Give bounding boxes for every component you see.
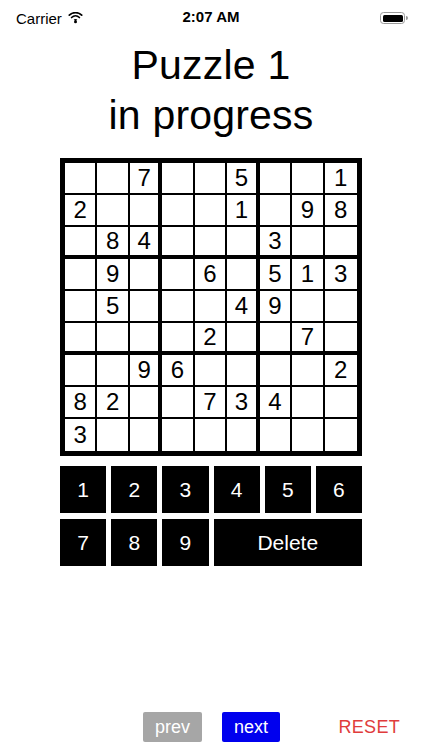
sudoku-cell-r6c5[interactable]: 2 — [195, 323, 227, 355]
sudoku-cell-r1c4[interactable] — [162, 163, 194, 195]
sudoku-cell-r4c9[interactable]: 3 — [325, 259, 357, 291]
wifi-icon — [67, 12, 84, 24]
sudoku-cell-r9c1[interactable]: 3 — [65, 419, 97, 451]
sudoku-cell-r6c7[interactable] — [260, 323, 292, 355]
sudoku-cell-r6c2[interactable] — [97, 323, 129, 355]
sudoku-cell-r6c6[interactable] — [227, 323, 259, 355]
sudoku-cell-r6c1[interactable] — [65, 323, 97, 355]
sudoku-cell-r3c7[interactable]: 3 — [260, 227, 292, 259]
sudoku-cell-r1c9[interactable]: 1 — [325, 163, 357, 195]
sudoku-cell-r3c2[interactable]: 8 — [97, 227, 129, 259]
sudoku-cell-r8c6[interactable]: 3 — [227, 387, 259, 419]
delete-button[interactable]: Delete — [214, 519, 363, 566]
carrier-label: Carrier — [16, 10, 62, 27]
numpad-button-4[interactable]: 4 — [214, 466, 260, 513]
sudoku-cell-r1c2[interactable] — [97, 163, 129, 195]
sudoku-cell-r2c3[interactable] — [130, 195, 162, 227]
sudoku-cell-r5c4[interactable] — [162, 291, 194, 323]
sudoku-cell-r9c9[interactable] — [325, 419, 357, 451]
sudoku-cell-r3c5[interactable] — [195, 227, 227, 259]
next-button[interactable]: next — [222, 712, 280, 742]
sudoku-cell-r8c3[interactable] — [130, 387, 162, 419]
sudoku-cell-r3c3[interactable]: 4 — [130, 227, 162, 259]
puzzle-title: Puzzle 1 — [0, 40, 422, 90]
sudoku-cell-r2c1[interactable]: 2 — [65, 195, 97, 227]
sudoku-cell-r9c8[interactable] — [292, 419, 324, 451]
sudoku-cell-r1c1[interactable] — [65, 163, 97, 195]
page-title: Puzzle 1 in progress — [0, 40, 422, 140]
sudoku-cell-r9c2[interactable] — [97, 419, 129, 451]
numpad-button-8[interactable]: 8 — [111, 519, 157, 566]
sudoku-cell-r6c9[interactable] — [325, 323, 357, 355]
sudoku-cell-r7c3[interactable]: 9 — [130, 355, 162, 387]
sudoku-board: 75121988439651354927962827343 — [60, 158, 362, 456]
sudoku-cell-r4c4[interactable] — [162, 259, 194, 291]
sudoku-cell-r2c5[interactable] — [195, 195, 227, 227]
sudoku-cell-r5c7[interactable]: 9 — [260, 291, 292, 323]
sudoku-cell-r4c1[interactable] — [65, 259, 97, 291]
numpad-button-3[interactable]: 3 — [162, 466, 208, 513]
sudoku-cell-r2c8[interactable]: 9 — [292, 195, 324, 227]
reset-button[interactable]: RESET — [338, 717, 400, 738]
sudoku-cell-r4c2[interactable]: 9 — [97, 259, 129, 291]
battery-icon — [380, 12, 408, 24]
sudoku-cell-r3c9[interactable] — [325, 227, 357, 259]
sudoku-cell-r7c7[interactable] — [260, 355, 292, 387]
sudoku-cell-r7c4[interactable]: 6 — [162, 355, 194, 387]
sudoku-cell-r9c6[interactable] — [227, 419, 259, 451]
sudoku-cell-r5c2[interactable]: 5 — [97, 291, 129, 323]
sudoku-cell-r1c7[interactable] — [260, 163, 292, 195]
puzzle-status: in progress — [0, 90, 422, 140]
sudoku-cell-r4c5[interactable]: 6 — [195, 259, 227, 291]
sudoku-cell-r9c5[interactable] — [195, 419, 227, 451]
sudoku-cell-r8c7[interactable]: 4 — [260, 387, 292, 419]
sudoku-cell-r5c9[interactable] — [325, 291, 357, 323]
footer-bar: prev next RESET — [0, 712, 422, 742]
sudoku-cell-r5c5[interactable] — [195, 291, 227, 323]
sudoku-cell-r6c4[interactable] — [162, 323, 194, 355]
status-bar: Carrier 2:07 AM — [0, 0, 422, 30]
sudoku-cell-r9c4[interactable] — [162, 419, 194, 451]
sudoku-cell-r3c4[interactable] — [162, 227, 194, 259]
sudoku-cell-r7c2[interactable] — [97, 355, 129, 387]
sudoku-cell-r1c5[interactable] — [195, 163, 227, 195]
sudoku-cell-r7c1[interactable] — [65, 355, 97, 387]
numpad-button-9[interactable]: 9 — [162, 519, 208, 566]
numpad-button-5[interactable]: 5 — [265, 466, 311, 513]
sudoku-cell-r5c8[interactable] — [292, 291, 324, 323]
sudoku-cell-r1c3[interactable]: 7 — [130, 163, 162, 195]
sudoku-cell-r2c7[interactable] — [260, 195, 292, 227]
sudoku-cell-r5c6[interactable]: 4 — [227, 291, 259, 323]
sudoku-cell-r8c8[interactable] — [292, 387, 324, 419]
sudoku-cell-r9c3[interactable] — [130, 419, 162, 451]
sudoku-cell-r8c2[interactable]: 2 — [97, 387, 129, 419]
numpad-button-2[interactable]: 2 — [111, 466, 157, 513]
sudoku-cell-r9c7[interactable] — [260, 419, 292, 451]
sudoku-cell-r8c4[interactable] — [162, 387, 194, 419]
sudoku-cell-r7c5[interactable] — [195, 355, 227, 387]
numpad-button-7[interactable]: 7 — [60, 519, 106, 566]
sudoku-cell-r2c6[interactable]: 1 — [227, 195, 259, 227]
sudoku-cell-r3c1[interactable] — [65, 227, 97, 259]
sudoku-cell-r8c5[interactable]: 7 — [195, 387, 227, 419]
numpad-button-6[interactable]: 6 — [316, 466, 362, 513]
sudoku-cell-r4c8[interactable]: 1 — [292, 259, 324, 291]
sudoku-cell-r6c8[interactable]: 7 — [292, 323, 324, 355]
sudoku-cell-r5c1[interactable] — [65, 291, 97, 323]
sudoku-cell-r1c6[interactable]: 5 — [227, 163, 259, 195]
numpad-button-1[interactable]: 1 — [60, 466, 106, 513]
sudoku-cell-r6c3[interactable] — [130, 323, 162, 355]
sudoku-cell-r4c3[interactable] — [130, 259, 162, 291]
sudoku-cell-r3c8[interactable] — [292, 227, 324, 259]
sudoku-cell-r2c4[interactable] — [162, 195, 194, 227]
sudoku-cell-r8c9[interactable] — [325, 387, 357, 419]
sudoku-cell-r4c7[interactable]: 5 — [260, 259, 292, 291]
sudoku-cell-r8c1[interactable]: 8 — [65, 387, 97, 419]
prev-button[interactable]: prev — [143, 712, 202, 742]
sudoku-cell-r7c6[interactable] — [227, 355, 259, 387]
sudoku-cell-r2c9[interactable]: 8 — [325, 195, 357, 227]
sudoku-cell-r3c6[interactable] — [227, 227, 259, 259]
sudoku-cell-r4c6[interactable] — [227, 259, 259, 291]
sudoku-cell-r2c2[interactable] — [97, 195, 129, 227]
sudoku-cell-r7c9[interactable]: 2 — [325, 355, 357, 387]
sudoku-cell-r7c8[interactable] — [292, 355, 324, 387]
number-pad: 123456789Delete — [60, 466, 362, 566]
sudoku-cell-r1c8[interactable] — [292, 163, 324, 195]
sudoku-cell-r5c3[interactable] — [130, 291, 162, 323]
